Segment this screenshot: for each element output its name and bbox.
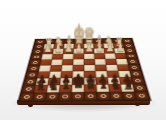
- frame-cell: [45, 93, 59, 101]
- square-c2: ♟: [94, 48, 105, 53]
- ornament-ring-icon: [126, 44, 132, 46]
- piece-black-king: ♚: [71, 73, 84, 92]
- ornament-ring-icon: [125, 94, 132, 98]
- frame-cell: [71, 92, 84, 100]
- piece-white-pawn: ♟: [85, 43, 94, 54]
- ornament-ring-icon: [133, 72, 140, 75]
- square-a2: ♟: [114, 48, 125, 53]
- piece-white-pawn: ♟: [64, 43, 73, 54]
- piece-black-knight: ♞: [47, 79, 58, 92]
- piece-white-pawn: ♟: [116, 42, 125, 53]
- piece-white-pawn: ♟: [43, 43, 52, 54]
- ornament-ring-icon: [75, 94, 81, 98]
- ornament-ring-icon: [36, 95, 43, 99]
- frame-cell: [58, 92, 71, 100]
- square-a4: [116, 59, 128, 65]
- ornament-ring-icon: [31, 67, 37, 70]
- piece-black-queen: ♛: [84, 74, 97, 92]
- square-d2: ♟: [84, 48, 94, 53]
- square-f2: ♟: [63, 49, 74, 54]
- square-b2: ♟: [104, 48, 115, 53]
- ornament-ring-icon: [23, 95, 30, 99]
- square-f4: [62, 59, 73, 65]
- frame-cell: [133, 84, 147, 92]
- ornament-ring-icon: [35, 50, 41, 53]
- square-b8: ♞: [108, 84, 121, 92]
- frame-cell: [32, 93, 46, 101]
- ornament-ring-icon: [138, 94, 145, 98]
- ornament-ring-icon: [87, 94, 94, 98]
- piece-black-bishop: ♝: [97, 78, 109, 92]
- ornament-ring-icon: [100, 94, 107, 98]
- square-g2: ♟: [53, 49, 64, 54]
- ornament-ring-icon: [136, 86, 143, 90]
- frame-cell: [134, 92, 149, 100]
- frame-cell: [97, 92, 111, 100]
- board-perspective-wrapper: ♜♞♝♚♛♝♞♜♟♟♟♟♟♟♟♟♟♟♟♟♟♟♟♟♜♞♝♚♛♝♞♜: [27, 8, 140, 120]
- ornament-ring-icon: [130, 60, 136, 63]
- piece-black-bishop: ♝: [59, 78, 71, 92]
- ornament-ring-icon: [125, 40, 130, 42]
- square-g8: ♞: [47, 85, 60, 93]
- square-f8: ♝: [59, 85, 72, 93]
- piece-black-knight: ♞: [110, 78, 121, 91]
- frame-cell: [29, 60, 41, 66]
- frame-cell: [127, 59, 139, 65]
- ornament-ring-icon: [131, 66, 137, 69]
- square-a8: ♜: [121, 84, 135, 92]
- piece-white-pawn: ♟: [105, 42, 114, 53]
- piece-white-pawn: ♟: [54, 43, 63, 54]
- piece-black-rook: ♜: [35, 80, 46, 93]
- ornament-ring-icon: [34, 56, 40, 59]
- ornament-ring-icon: [49, 95, 56, 99]
- frame-cell: [84, 92, 97, 100]
- ornament-ring-icon: [38, 41, 43, 43]
- ornament-ring-icon: [113, 94, 120, 98]
- piece-black-rook: ♜: [122, 79, 133, 92]
- ornament-ring-icon: [25, 87, 32, 91]
- chess-board: ♜♞♝♚♛♝♞♜♟♟♟♟♟♟♟♟♟♟♟♟♟♟♟♟♜♞♝♚♛♝♞♜: [18, 38, 151, 102]
- square-e8: ♚: [72, 85, 85, 93]
- square-h8: ♜: [34, 85, 48, 93]
- frame-cell: [22, 85, 36, 93]
- ornament-ring-icon: [134, 79, 141, 83]
- frame-cell: [122, 92, 136, 100]
- square-e2: ♟: [74, 49, 84, 54]
- square-c8: ♝: [96, 85, 109, 93]
- ornament-ring-icon: [36, 45, 42, 48]
- product-photo: ♜♞♝♚♛♝♞♜♟♟♟♟♟♟♟♟♟♟♟♟♟♟♟♟♜♞♝♚♛♝♞♜: [0, 0, 166, 120]
- square-h2: ♟: [42, 49, 53, 54]
- ornament-ring-icon: [32, 61, 38, 64]
- piece-white-pawn: ♟: [95, 42, 104, 53]
- ornament-ring-icon: [62, 94, 69, 98]
- ornament-ring-icon: [29, 73, 36, 76]
- ornament-ring-icon: [27, 80, 34, 84]
- ornament-ring-icon: [127, 49, 133, 52]
- piece-white-pawn: ♟: [74, 43, 83, 54]
- square-d8: ♛: [84, 85, 97, 93]
- ornament-ring-icon: [128, 55, 134, 58]
